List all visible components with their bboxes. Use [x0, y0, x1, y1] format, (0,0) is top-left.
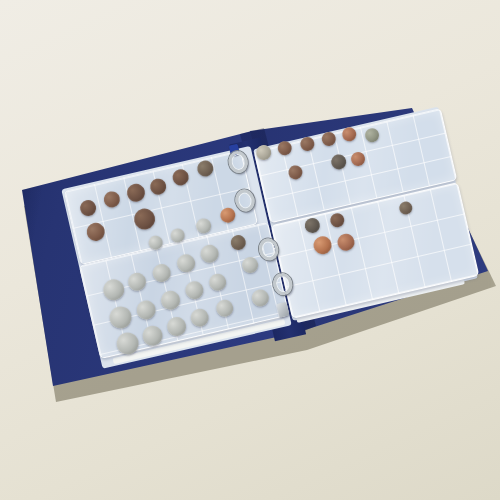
binder-ring: [256, 237, 279, 263]
binder-ring: [226, 149, 249, 175]
photo-background: [0, 0, 500, 500]
binder-ring: [271, 271, 294, 297]
binder-clasp: [277, 302, 290, 318]
binder-ring: [233, 188, 256, 214]
